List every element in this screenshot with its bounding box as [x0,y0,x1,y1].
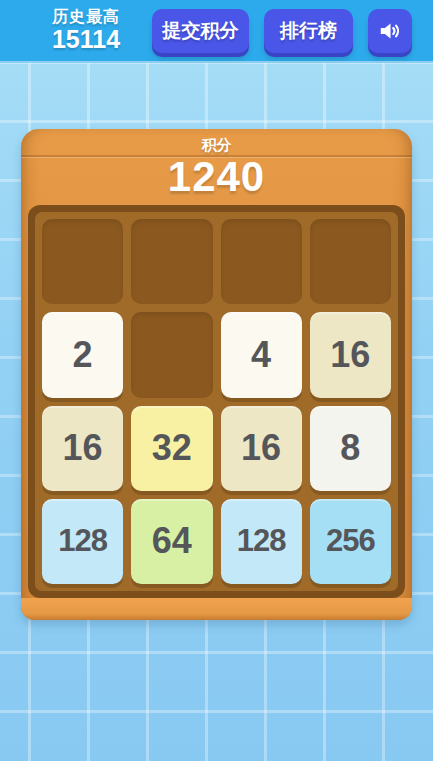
cell: 2 [42,312,123,397]
speaker-on-icon [377,18,403,44]
cell: 64 [131,499,212,584]
best-score-block: 历史最高 15114 [36,8,136,53]
empty-cell [131,219,212,304]
tile-4: 4 [221,312,302,397]
top-bar: 历史最高 15114 提交积分 排行榜 [0,0,433,63]
tile-32: 32 [131,406,212,491]
cell: 32 [131,406,212,491]
cell: 16 [221,406,302,491]
empty-cell [42,219,123,304]
submit-score-button[interactable]: 提交积分 [152,9,249,53]
tile-128: 128 [42,499,123,584]
empty-cell [221,219,302,304]
best-score-label: 历史最高 [36,8,136,26]
tile-16: 16 [221,406,302,491]
tile-2: 2 [42,312,123,397]
tile-16: 16 [42,406,123,491]
cell: 128 [221,499,302,584]
score-label: 积分 [21,129,412,155]
game-screen: 历史最高 15114 提交积分 排行榜 积分 1240 [0,0,433,761]
cell: 128 [42,499,123,584]
cell: 256 [310,499,391,584]
board-header: 积分 1240 [21,129,412,205]
game-board: 积分 1240 2416163216812864128256 [21,129,412,620]
score-value: 1240 [21,155,412,199]
best-score-value: 15114 [36,26,136,54]
cell: 8 [310,406,391,491]
cell: 4 [221,312,302,397]
empty-cell [310,219,391,304]
tile-8: 8 [310,406,391,491]
tile-64: 64 [131,499,212,584]
cell: 16 [310,312,391,397]
cell: 16 [42,406,123,491]
topbar-buttons: 提交积分 排行榜 [152,9,412,53]
tile-16: 16 [310,312,391,397]
tile-128: 128 [221,499,302,584]
board-tray: 2416163216812864128256 [28,205,405,598]
empty-cell [131,312,212,397]
sound-toggle-button[interactable] [368,9,412,53]
board-grid[interactable]: 2416163216812864128256 [35,212,398,591]
tile-256: 256 [310,499,391,584]
board-footer [21,598,412,620]
leaderboard-button[interactable]: 排行榜 [264,9,353,53]
